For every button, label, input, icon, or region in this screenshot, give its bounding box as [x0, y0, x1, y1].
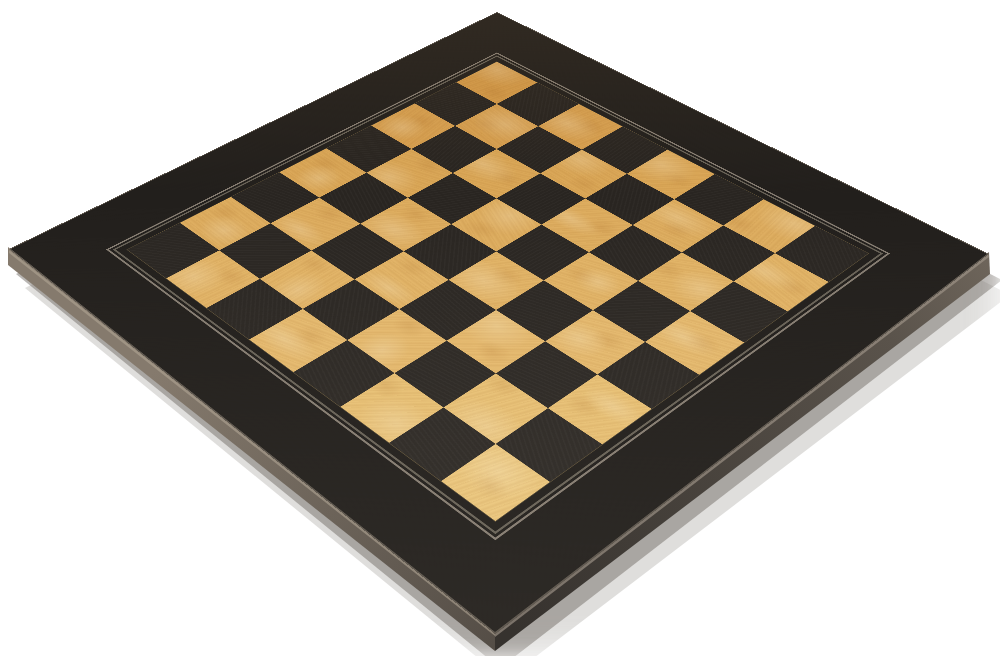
scene-background — [0, 0, 1000, 656]
chess-board — [9, 12, 989, 634]
